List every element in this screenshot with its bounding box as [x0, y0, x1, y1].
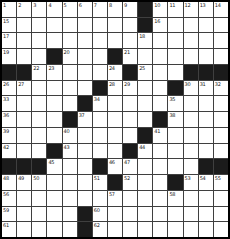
cell-r15c5[interactable] [63, 222, 77, 237]
cell-r4c9[interactable]: 21 [123, 49, 137, 64]
black-cell-r11c3 [32, 159, 46, 174]
black-cell-r15c6 [78, 222, 92, 237]
cell-r9c15[interactable] [214, 128, 228, 143]
cell-r5c8[interactable]: 24 [108, 65, 122, 80]
cell-r4c7[interactable] [93, 49, 107, 64]
cell-r13c14[interactable] [199, 191, 213, 206]
cell-r10c2[interactable] [17, 144, 31, 159]
cell-r13c3[interactable] [32, 191, 46, 206]
cell-r1c13[interactable]: 12 [184, 2, 198, 17]
cell-r2c4[interactable] [47, 18, 61, 33]
black-cell-r1c10 [138, 2, 152, 17]
cell-r10c7[interactable] [93, 144, 107, 159]
cell-r11c4[interactable]: 45 [47, 159, 61, 174]
cell-r6c15[interactable]: 32 [214, 81, 228, 96]
black-cell-r11c14 [199, 159, 213, 174]
black-cell-r8c5 [63, 112, 77, 127]
clue-number-19: 19 [3, 49, 9, 55]
cell-r10c12[interactable] [168, 144, 182, 159]
cell-r9c5[interactable]: 40 [63, 128, 77, 143]
black-cell-r8c11 [153, 112, 167, 127]
clue-number-50: 50 [33, 175, 39, 181]
black-cell-r14c6 [78, 207, 92, 222]
clue-number-43: 43 [64, 144, 70, 150]
cell-r3c10[interactable]: 18 [138, 33, 152, 48]
cell-r1c7[interactable]: 7 [93, 2, 107, 17]
clue-number-26: 26 [3, 81, 9, 87]
cell-r13c6[interactable] [78, 191, 92, 206]
cell-r14c14[interactable] [199, 207, 213, 222]
cell-r15c11[interactable] [153, 222, 167, 237]
clue-number-34: 34 [94, 96, 100, 102]
cell-r14c10[interactable] [138, 207, 152, 222]
clue-number-44: 44 [139, 144, 145, 150]
black-cell-r6c7 [93, 81, 107, 96]
cell-r5c6[interactable] [78, 65, 92, 80]
cell-r8c3[interactable] [32, 112, 46, 127]
cell-r13c4[interactable] [47, 191, 61, 206]
clue-number-45: 45 [48, 159, 54, 165]
cell-r6c4[interactable] [47, 81, 61, 96]
cell-r6c11[interactable] [153, 81, 167, 96]
cell-r2c1[interactable]: 15 [2, 18, 16, 33]
cell-r4c13[interactable] [184, 49, 198, 64]
cell-r7c1[interactable]: 33 [2, 96, 16, 111]
clue-number-49: 49 [18, 175, 24, 181]
cell-r12c11[interactable] [153, 175, 167, 190]
clue-number-22: 22 [33, 65, 39, 71]
clue-number-55: 55 [215, 175, 221, 181]
cell-r15c4[interactable] [47, 222, 61, 237]
cell-r2c15[interactable] [214, 18, 228, 33]
cell-r8c7[interactable] [93, 112, 107, 127]
cell-r12c9[interactable]: 52 [123, 175, 137, 190]
cell-r15c10[interactable] [138, 222, 152, 237]
clue-number-41: 41 [154, 128, 160, 134]
cell-r9c2[interactable] [17, 128, 31, 143]
cell-r8c13[interactable] [184, 112, 198, 127]
cell-r14c3[interactable] [32, 207, 46, 222]
cell-r3c4[interactable] [47, 33, 61, 48]
cell-r2c6[interactable] [78, 18, 92, 33]
cell-r1c6[interactable]: 6 [78, 2, 92, 17]
clue-number-36: 36 [3, 112, 9, 118]
cell-r3c1[interactable]: 17 [2, 33, 16, 48]
clue-number-37: 37 [79, 112, 85, 118]
cell-r12c13[interactable]: 53 [184, 175, 198, 190]
cell-r14c13[interactable] [184, 207, 198, 222]
clue-number-42: 42 [3, 144, 9, 150]
cell-r1c2[interactable]: 2 [17, 2, 31, 17]
cell-r11c9[interactable]: 47 [123, 159, 137, 174]
clue-number-40: 40 [64, 128, 70, 134]
cell-r4c15[interactable] [214, 49, 228, 64]
cell-r8c15[interactable] [214, 112, 228, 127]
clue-number-3: 3 [33, 2, 36, 8]
cell-r1c4[interactable]: 4 [47, 2, 61, 17]
cell-r11c8[interactable]: 46 [108, 159, 122, 174]
cell-r12c1[interactable]: 48 [2, 175, 16, 190]
cell-r8c8[interactable] [108, 112, 122, 127]
cell-r3c13[interactable] [184, 33, 198, 48]
cell-r10c15[interactable] [214, 144, 228, 159]
clue-number-7: 7 [94, 2, 97, 8]
cell-r13c13[interactable] [184, 191, 198, 206]
crossword-grid: 1234567891011121314151617181920212223242… [0, 0, 230, 239]
cell-r6c14[interactable]: 31 [199, 81, 213, 96]
cell-r12c14[interactable]: 54 [199, 175, 213, 190]
cell-r11c10[interactable] [138, 159, 152, 174]
clue-number-53: 53 [185, 175, 191, 181]
cell-r5c5[interactable] [63, 65, 77, 80]
cell-r5c12[interactable] [168, 65, 182, 80]
cell-r6c6[interactable] [78, 81, 92, 96]
clue-number-10: 10 [154, 2, 160, 8]
cell-r15c12[interactable] [168, 222, 182, 237]
clue-number-52: 52 [124, 175, 130, 181]
cell-r6c1[interactable]: 26 [2, 81, 16, 96]
cell-r5c4[interactable]: 23 [47, 65, 61, 80]
cell-r7c8[interactable] [108, 96, 122, 111]
cell-r10c1[interactable]: 42 [2, 144, 16, 159]
cell-r11c13[interactable] [184, 159, 198, 174]
cell-r14c9[interactable] [123, 207, 137, 222]
black-cell-r5c9 [123, 65, 137, 80]
clue-number-21: 21 [124, 49, 130, 55]
cell-r9c7[interactable] [93, 128, 107, 143]
cell-r7c10[interactable] [138, 96, 152, 111]
cell-r10c11[interactable] [153, 144, 167, 159]
cell-r3c14[interactable] [199, 33, 213, 48]
cell-r6c2[interactable]: 27 [17, 81, 31, 96]
cell-r6c3[interactable] [32, 81, 46, 96]
cell-r6c13[interactable]: 30 [184, 81, 198, 96]
cell-r8c1[interactable]: 36 [2, 112, 16, 127]
black-cell-r5c13 [184, 65, 198, 80]
cell-r1c8[interactable]: 8 [108, 2, 122, 17]
black-cell-r9c10 [138, 128, 152, 143]
cell-r9c4[interactable] [47, 128, 61, 143]
cell-r14c1[interactable]: 59 [2, 207, 16, 222]
cell-r10c8[interactable] [108, 144, 122, 159]
cell-r10c5[interactable]: 43 [63, 144, 77, 159]
cell-r1c12[interactable]: 11 [168, 2, 182, 17]
cell-r13c2[interactable] [17, 191, 31, 206]
clue-number-4: 4 [48, 2, 51, 8]
cell-r5c3[interactable]: 22 [32, 65, 46, 80]
cell-r15c2[interactable] [17, 222, 31, 237]
cell-r15c14[interactable] [199, 222, 213, 237]
cell-r1c14[interactable]: 13 [199, 2, 213, 17]
clue-number-6: 6 [79, 2, 82, 8]
clue-number-27: 27 [18, 81, 24, 87]
cell-r7c7[interactable]: 34 [93, 96, 107, 111]
cell-r8c6[interactable]: 37 [78, 112, 92, 127]
cell-r9c6[interactable] [78, 128, 92, 143]
cell-r8c14[interactable] [199, 112, 213, 127]
black-cell-r2c10 [138, 18, 152, 33]
clue-number-57: 57 [109, 191, 115, 197]
cell-r12c3[interactable]: 50 [32, 175, 46, 190]
cell-r15c7[interactable]: 62 [93, 222, 107, 237]
cell-r12c7[interactable]: 51 [93, 175, 107, 190]
cell-r15c8[interactable] [108, 222, 122, 237]
cell-r7c3[interactable] [32, 96, 46, 111]
cell-r11c5[interactable] [63, 159, 77, 174]
clue-number-58: 58 [169, 191, 175, 197]
clue-number-30: 30 [185, 81, 191, 87]
clue-number-60: 60 [94, 207, 100, 213]
clue-number-28: 28 [109, 81, 115, 87]
cell-r12c10[interactable] [138, 175, 152, 190]
black-cell-r5c14 [199, 65, 213, 80]
cell-r6c9[interactable]: 29 [123, 81, 137, 96]
cell-r14c8[interactable] [108, 207, 122, 222]
cell-r11c12[interactable] [168, 159, 182, 174]
cell-r7c9[interactable] [123, 96, 137, 111]
cell-r14c2[interactable] [17, 207, 31, 222]
cell-r5c11[interactable] [153, 65, 167, 80]
black-cell-r12c12 [168, 175, 182, 190]
clue-number-23: 23 [48, 65, 54, 71]
black-cell-r4c8 [108, 49, 122, 64]
cell-r3c3[interactable] [32, 33, 46, 48]
clue-number-29: 29 [124, 81, 130, 87]
cell-r13c15[interactable] [214, 191, 228, 206]
cell-r3c2[interactable] [17, 33, 31, 48]
cell-r3c6[interactable] [78, 33, 92, 48]
cell-r15c13[interactable] [184, 222, 198, 237]
clue-number-38: 38 [169, 112, 175, 118]
cell-r2c13[interactable] [184, 18, 198, 33]
cell-r12c4[interactable] [47, 175, 61, 190]
clue-number-13: 13 [200, 2, 206, 8]
cell-r13c1[interactable]: 56 [2, 191, 16, 206]
clue-number-47: 47 [124, 159, 130, 165]
clue-number-12: 12 [185, 2, 191, 8]
clue-number-24: 24 [109, 65, 115, 71]
cell-r10c6[interactable] [78, 144, 92, 159]
clue-number-15: 15 [3, 18, 9, 24]
cell-r2c12[interactable] [168, 18, 182, 33]
cell-r10c14[interactable] [199, 144, 213, 159]
cell-r13c10[interactable] [138, 191, 152, 206]
cell-r10c3[interactable] [32, 144, 46, 159]
cell-r1c15[interactable]: 14 [214, 2, 228, 17]
cell-r13c5[interactable] [63, 191, 77, 206]
cell-r14c7[interactable]: 60 [93, 207, 107, 222]
cell-r4c2[interactable] [17, 49, 31, 64]
clue-number-9: 9 [124, 2, 127, 8]
cell-r7c5[interactable] [63, 96, 77, 111]
cell-r3c8[interactable] [108, 33, 122, 48]
cell-r4c5[interactable]: 20 [63, 49, 77, 64]
black-cell-r11c7 [93, 159, 107, 174]
cell-r8c12[interactable]: 38 [168, 112, 182, 127]
cell-r11c11[interactable] [153, 159, 167, 174]
black-cell-r10c4 [47, 144, 61, 159]
cell-r2c5[interactable] [63, 18, 77, 33]
black-cell-r5c1 [2, 65, 16, 80]
clue-number-8: 8 [109, 2, 112, 8]
cell-r2c2[interactable] [17, 18, 31, 33]
cell-r13c12[interactable]: 58 [168, 191, 182, 206]
cell-r8c2[interactable] [17, 112, 31, 127]
cell-r15c9[interactable] [123, 222, 137, 237]
cell-r11c6[interactable] [78, 159, 92, 174]
cell-r4c12[interactable] [168, 49, 182, 64]
cell-r13c11[interactable] [153, 191, 167, 206]
cell-r4c14[interactable] [199, 49, 213, 64]
cell-r4c1[interactable]: 19 [2, 49, 16, 64]
black-cell-r11c15 [214, 159, 228, 174]
cell-r10c10[interactable]: 44 [138, 144, 152, 159]
cell-r5c10[interactable]: 25 [138, 65, 152, 80]
clue-number-51: 51 [94, 175, 100, 181]
cell-r9c1[interactable]: 39 [2, 128, 16, 143]
cell-r1c9[interactable]: 9 [123, 2, 137, 17]
cell-r9c11[interactable]: 41 [153, 128, 167, 143]
cell-r3c5[interactable] [63, 33, 77, 48]
clue-number-17: 17 [3, 33, 9, 39]
clue-number-56: 56 [3, 191, 9, 197]
cell-r6c5[interactable] [63, 81, 77, 96]
cell-r14c4[interactable] [47, 207, 61, 222]
cell-r8c4[interactable] [47, 112, 61, 127]
crossword-puzzle: 1234567891011121314151617181920212223242… [0, 0, 230, 239]
cell-r1c5[interactable]: 5 [63, 2, 77, 17]
cell-r7c4[interactable] [47, 96, 61, 111]
cell-r7c2[interactable] [17, 96, 31, 111]
cell-r14c15[interactable] [214, 207, 228, 222]
clue-number-2: 2 [18, 2, 21, 8]
cell-r3c11[interactable] [153, 33, 167, 48]
cell-r9c14[interactable] [199, 128, 213, 143]
cell-r12c2[interactable]: 49 [17, 175, 31, 190]
black-cell-r11c1 [2, 159, 16, 174]
cell-r1c3[interactable]: 3 [32, 2, 46, 17]
clue-number-33: 33 [3, 96, 9, 102]
black-cell-r7c6 [78, 96, 92, 111]
cell-r7c12[interactable]: 35 [168, 96, 182, 111]
cell-r9c9[interactable] [123, 128, 137, 143]
cell-r4c6[interactable] [78, 49, 92, 64]
cell-r2c14[interactable] [199, 18, 213, 33]
black-cell-r6c12 [168, 81, 182, 96]
cell-r15c1[interactable]: 61 [2, 222, 16, 237]
cell-r4c3[interactable] [32, 49, 46, 64]
cell-r2c7[interactable] [93, 18, 107, 33]
black-cell-r12c8 [108, 175, 122, 190]
clue-number-61: 61 [3, 222, 9, 228]
clue-number-20: 20 [64, 49, 70, 55]
black-cell-r4c4 [47, 49, 61, 64]
cell-r1c1[interactable]: 1 [2, 2, 16, 17]
cell-r4c11[interactable] [153, 49, 167, 64]
cell-r13c9[interactable] [123, 191, 137, 206]
cell-r7c11[interactable] [153, 96, 167, 111]
cell-r3c12[interactable] [168, 33, 182, 48]
cell-r9c8[interactable] [108, 128, 122, 143]
cell-r9c12[interactable] [168, 128, 182, 143]
clue-number-1: 1 [3, 2, 6, 8]
cell-r3c7[interactable] [93, 33, 107, 48]
cell-r7c14[interactable] [199, 96, 213, 111]
cell-r2c9[interactable] [123, 18, 137, 33]
cell-r15c3[interactable] [32, 222, 46, 237]
clue-number-18: 18 [139, 33, 145, 39]
cell-r12c5[interactable] [63, 175, 77, 190]
clue-number-59: 59 [3, 207, 9, 213]
clue-number-11: 11 [169, 2, 175, 8]
cell-r3c9[interactable] [123, 33, 137, 48]
black-cell-r11c2 [17, 159, 31, 174]
cell-r12c6[interactable] [78, 175, 92, 190]
cell-r9c3[interactable] [32, 128, 46, 143]
clue-number-31: 31 [200, 81, 206, 87]
cell-r7c13[interactable] [184, 96, 198, 111]
black-cell-r5c2 [17, 65, 31, 80]
cell-r8c9[interactable] [123, 112, 137, 127]
cell-r6c8[interactable]: 28 [108, 81, 122, 96]
black-cell-r5c15 [214, 65, 228, 80]
cell-r4c10[interactable] [138, 49, 152, 64]
cell-r5c7[interactable] [93, 65, 107, 80]
clue-number-16: 16 [154, 18, 160, 24]
clue-number-5: 5 [64, 2, 67, 8]
cell-r9c13[interactable] [184, 128, 198, 143]
clue-number-32: 32 [215, 81, 221, 87]
cell-r10c13[interactable] [184, 144, 198, 159]
clue-number-48: 48 [3, 175, 9, 181]
clue-number-14: 14 [215, 2, 221, 8]
cell-r14c11[interactable] [153, 207, 167, 222]
cell-r14c12[interactable] [168, 207, 182, 222]
clue-number-62: 62 [94, 222, 100, 228]
clue-number-25: 25 [139, 65, 145, 71]
clue-number-46: 46 [109, 159, 115, 165]
cell-r8c10[interactable] [138, 112, 152, 127]
cell-r2c8[interactable] [108, 18, 122, 33]
cell-r13c7[interactable] [93, 191, 107, 206]
cell-r1c11[interactable]: 10 [153, 2, 167, 17]
cell-r15c15[interactable] [214, 222, 228, 237]
cell-r2c3[interactable] [32, 18, 46, 33]
cell-r7c15[interactable] [214, 96, 228, 111]
cell-r6c10[interactable] [138, 81, 152, 96]
black-cell-r10c9 [123, 144, 137, 159]
cell-r12c15[interactable]: 55 [214, 175, 228, 190]
clue-number-35: 35 [169, 96, 175, 102]
cell-r2c11[interactable]: 16 [153, 18, 167, 33]
clue-number-39: 39 [3, 128, 9, 134]
clue-number-54: 54 [200, 175, 206, 181]
cell-r3c15[interactable] [214, 33, 228, 48]
cell-r13c8[interactable]: 57 [108, 191, 122, 206]
cell-r14c5[interactable] [63, 207, 77, 222]
